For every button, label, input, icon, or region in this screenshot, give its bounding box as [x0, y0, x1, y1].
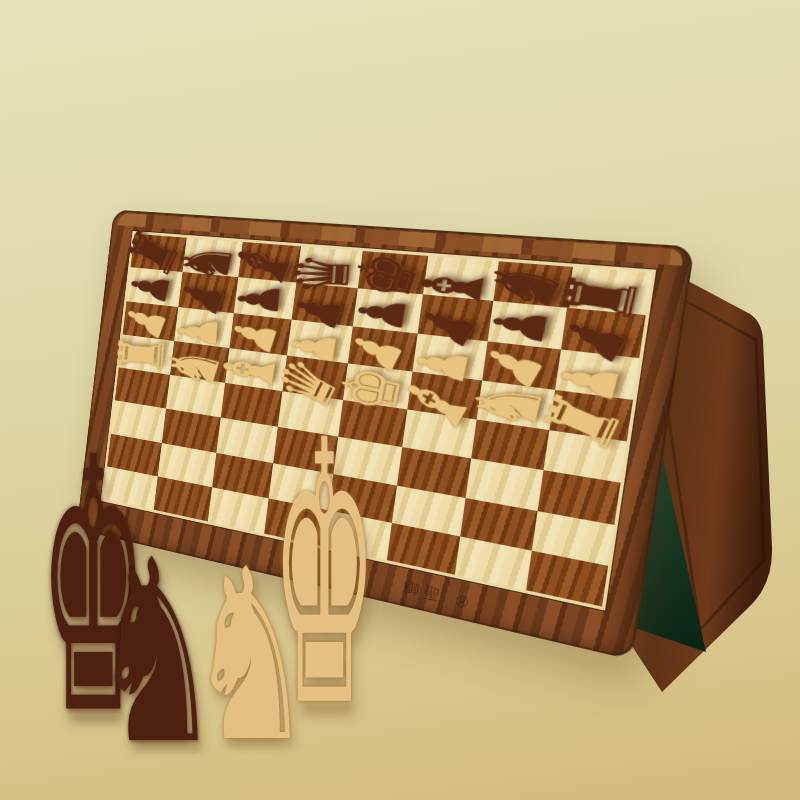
square-h8 [567, 267, 652, 315]
square-f8 [423, 256, 498, 301]
square-g8 [493, 261, 573, 308]
square-a7 [127, 267, 183, 306]
square-d8 [296, 246, 363, 288]
chess-set-photo: ♜♞♝♛♚♝♞♜♟♟♟♟♟♟♟♟♟♟♟♟♟♟♟♟♜♞♝♛♚♝♞♜ 御聖 ® ♚♞… [0, 0, 800, 800]
square-e8 [358, 251, 429, 295]
square-b8 [183, 238, 243, 278]
square-c8 [238, 242, 301, 283]
square-a8 [131, 234, 187, 272]
light-knight-foreground: ♞ [188, 537, 312, 774]
